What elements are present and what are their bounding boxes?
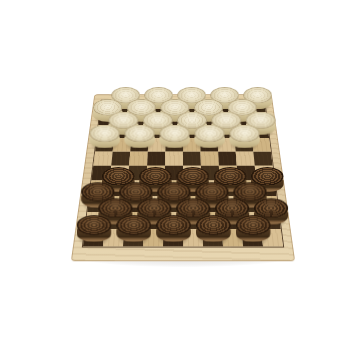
dark-square[interactable]: [111, 152, 130, 166]
light-man[interactable]: [124, 125, 155, 149]
light-square[interactable]: [129, 152, 148, 166]
piece-top-face: [194, 125, 225, 142]
light-man[interactable]: [229, 125, 260, 149]
piece-top-face: [235, 215, 270, 235]
light-man[interactable]: [194, 125, 225, 149]
piece-top-face: [76, 215, 111, 235]
dark-square[interactable]: [183, 152, 201, 166]
piece-top-face: [156, 215, 191, 235]
dark-man[interactable]: [195, 215, 230, 242]
dark-man[interactable]: [156, 215, 191, 242]
dark-man[interactable]: [235, 215, 270, 242]
light-man[interactable]: [89, 125, 120, 149]
piece-top-face: [229, 125, 260, 142]
light-square[interactable]: [201, 152, 219, 166]
dark-man[interactable]: [116, 215, 151, 242]
dark-square[interactable]: [218, 152, 237, 166]
piece-top-face: [124, 125, 155, 142]
draughts-board-frame: [71, 94, 295, 261]
product-photo-scene: [0, 0, 360, 360]
dark-man[interactable]: [76, 215, 111, 242]
light-square[interactable]: [93, 152, 112, 166]
piece-top-face: [89, 125, 120, 142]
light-man[interactable]: [159, 125, 190, 149]
light-square[interactable]: [236, 152, 255, 166]
light-square[interactable]: [165, 152, 183, 166]
dark-square[interactable]: [253, 152, 272, 166]
piece-top-face: [116, 215, 151, 235]
dark-square[interactable]: [147, 152, 165, 166]
piece-top-face: [159, 125, 190, 142]
playing-area: [83, 100, 283, 246]
piece-top-face: [195, 215, 230, 235]
